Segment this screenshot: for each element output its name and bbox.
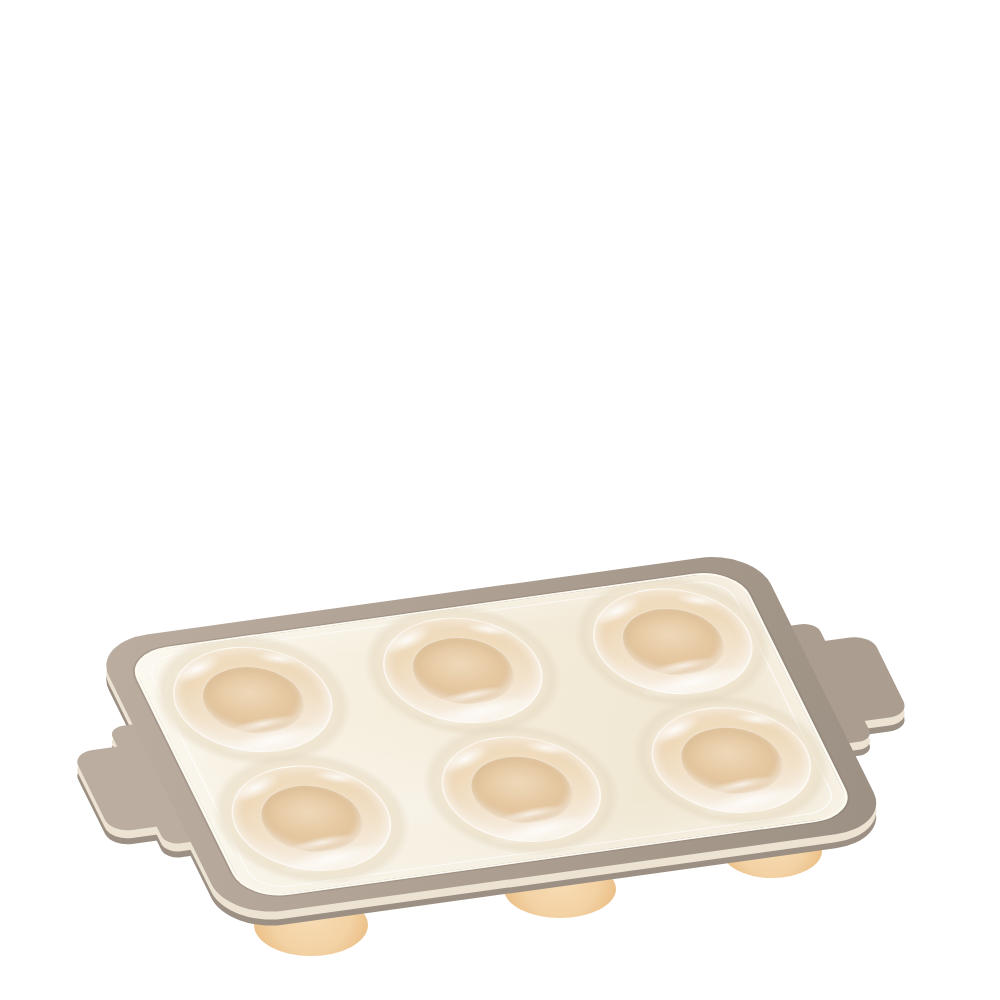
product-photo (0, 0, 1000, 1000)
